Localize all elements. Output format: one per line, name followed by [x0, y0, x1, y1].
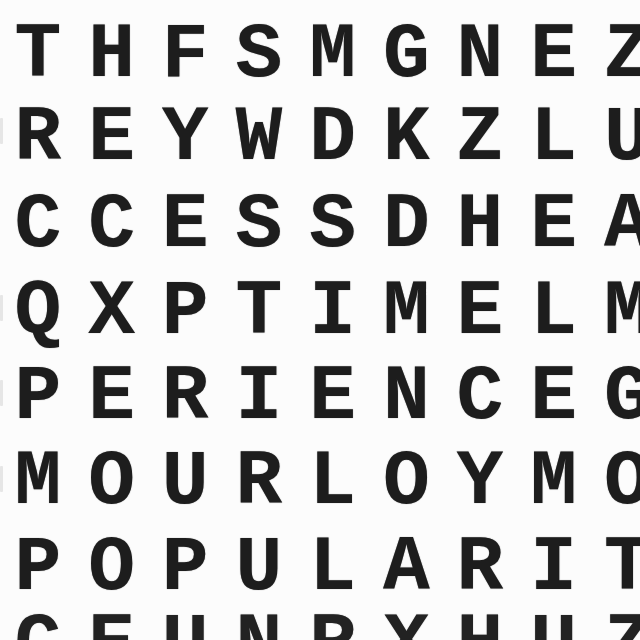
clipped-grid-cell: C: [1, 615, 75, 640]
word-search-board: MEHWMUNESTHFSMGNEZREYWDKZLUCCESSDHEAQXPT…: [0, 0, 640, 640]
grid-cell[interactable]: P: [1, 367, 75, 427]
grid-cell[interactable]: H: [75, 25, 149, 85]
grid-cell[interactable]: S: [222, 195, 296, 255]
grid-cell[interactable]: L: [296, 538, 370, 598]
grid-cell[interactable]: L: [517, 282, 591, 342]
grid-cell[interactable]: M: [369, 282, 443, 342]
grid-cell[interactable]: O: [369, 452, 443, 512]
grid-cell[interactable]: E: [75, 367, 149, 427]
grid-cell[interactable]: E: [296, 367, 370, 427]
grid-cell[interactable]: C: [75, 195, 149, 255]
clipped-grid-cell: U: [369, 0, 443, 8]
clipped-grid-cell: M: [1, 0, 75, 8]
grid-cell[interactable]: R: [148, 367, 222, 427]
clipped-grid-cell: E: [75, 0, 149, 8]
grid-cell[interactable]: I: [517, 538, 591, 598]
grid-cell[interactable]: F: [148, 25, 222, 85]
grid-cell[interactable]: Q: [1, 282, 75, 342]
grid-row-clipped: MEHWMUNES: [1, 0, 640, 8]
grid-cell[interactable]: C: [1, 195, 75, 255]
grid-cell[interactable]: Z: [443, 108, 517, 168]
clipped-grid-cell: H: [443, 615, 517, 640]
grid-cell[interactable]: I: [296, 282, 370, 342]
clipped-grid-cell: Z: [591, 615, 640, 640]
grid-cell[interactable]: E: [148, 195, 222, 255]
grid-cell[interactable]: E: [75, 108, 149, 168]
left-clipped-letter-sliver: [0, 118, 3, 144]
grid-row: MOURLOYMO: [1, 452, 640, 512]
clipped-grid-cell: W: [222, 0, 296, 8]
grid-cell[interactable]: U: [148, 452, 222, 512]
grid-cell[interactable]: D: [296, 108, 370, 168]
grid-cell[interactable]: Y: [443, 452, 517, 512]
grid-cell[interactable]: T: [222, 282, 296, 342]
clipped-grid-cell: N: [222, 615, 296, 640]
grid-cell[interactable]: R: [443, 538, 517, 598]
grid-cell[interactable]: T: [1, 25, 75, 85]
grid-cell[interactable]: I: [222, 367, 296, 427]
grid-cell[interactable]: N: [369, 367, 443, 427]
grid-cell[interactable]: L: [517, 108, 591, 168]
grid-cell[interactable]: W: [222, 108, 296, 168]
left-clipped-letter-sliver: [0, 295, 3, 321]
grid-cell[interactable]: S: [222, 25, 296, 85]
grid-row: REYWDKZLU: [1, 108, 640, 168]
grid-row: THFSMGNEZ: [1, 25, 640, 85]
grid-cell[interactable]: G: [369, 25, 443, 85]
grid-cell[interactable]: U: [222, 538, 296, 598]
grid-cell[interactable]: D: [369, 195, 443, 255]
grid-cell[interactable]: U: [591, 108, 640, 168]
left-clipped-letter-sliver: [0, 466, 3, 492]
grid-row: PERIENCEG: [1, 367, 640, 427]
grid-row-clipped: CEUNRXHUZ: [1, 615, 640, 640]
clipped-grid-cell: S: [591, 0, 640, 8]
grid-cell[interactable]: P: [148, 538, 222, 598]
grid-cell[interactable]: P: [1, 538, 75, 598]
grid-cell[interactable]: M: [296, 25, 370, 85]
grid-cell[interactable]: K: [369, 108, 443, 168]
grid-cell[interactable]: O: [75, 452, 149, 512]
clipped-grid-cell: U: [148, 615, 222, 640]
grid-cell[interactable]: T: [591, 538, 640, 598]
clipped-grid-cell: H: [148, 0, 222, 8]
clipped-grid-cell: N: [443, 0, 517, 8]
clipped-grid-cell: E: [517, 0, 591, 8]
grid-cell[interactable]: E: [517, 195, 591, 255]
grid-cell[interactable]: M: [591, 282, 640, 342]
grid-cell[interactable]: N: [443, 25, 517, 85]
grid-cell[interactable]: H: [443, 195, 517, 255]
clipped-grid-cell: X: [369, 615, 443, 640]
grid-cell[interactable]: E: [517, 25, 591, 85]
left-clipped-letter-sliver: [0, 380, 3, 406]
grid-cell[interactable]: M: [517, 452, 591, 512]
clipped-grid-cell: M: [296, 0, 370, 8]
grid-cell[interactable]: A: [369, 538, 443, 598]
grid-cell[interactable]: C: [443, 367, 517, 427]
grid-cell[interactable]: E: [517, 367, 591, 427]
grid-row: QXPTIMELM: [1, 282, 640, 342]
grid-cell[interactable]: R: [1, 108, 75, 168]
grid-cell[interactable]: G: [591, 367, 640, 427]
grid-cell[interactable]: M: [1, 452, 75, 512]
grid-cell[interactable]: Y: [148, 108, 222, 168]
grid-cell[interactable]: A: [591, 195, 640, 255]
grid-row: POPULARIT: [1, 538, 640, 598]
grid-cell[interactable]: L: [296, 452, 370, 512]
grid-cell[interactable]: X: [75, 282, 149, 342]
grid-cell[interactable]: P: [148, 282, 222, 342]
clipped-grid-cell: R: [296, 615, 370, 640]
grid-cell[interactable]: E: [443, 282, 517, 342]
clipped-grid-cell: U: [517, 615, 591, 640]
grid-row: CCESSDHEA: [1, 195, 640, 255]
grid-cell[interactable]: R: [222, 452, 296, 512]
clipped-grid-cell: E: [75, 615, 149, 640]
grid-cell[interactable]: S: [296, 195, 370, 255]
grid-cell[interactable]: Z: [591, 25, 640, 85]
grid-cell[interactable]: O: [591, 452, 640, 512]
grid-cell[interactable]: O: [75, 538, 149, 598]
